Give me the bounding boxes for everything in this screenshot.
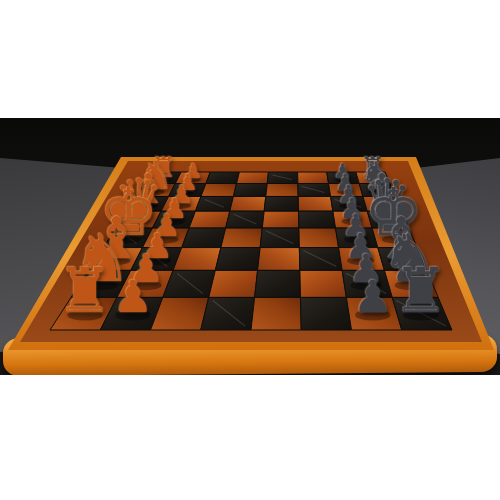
- square[interactable]: [206, 172, 239, 184]
- square[interactable]: [262, 211, 299, 228]
- square[interactable]: [251, 297, 301, 330]
- white-pawn[interactable]: ♟: [113, 275, 153, 320]
- square[interactable]: [258, 248, 300, 271]
- square[interactable]: [189, 211, 230, 228]
- square[interactable]: [298, 196, 333, 211]
- square[interactable]: [215, 248, 260, 271]
- photo-area: ♜♟♟♜♞♟♟♞♝♟♟♝♛♟♟♛♚♟♟♚♝♟♟♝♞♟♟♞♜♟♟♜: [0, 118, 500, 375]
- square[interactable]: [173, 248, 221, 271]
- square[interactable]: [255, 270, 301, 297]
- square[interactable]: [182, 228, 226, 248]
- square[interactable]: [298, 172, 329, 184]
- square[interactable]: [230, 196, 266, 211]
- letterbox-bottom: [0, 375, 500, 500]
- square[interactable]: [209, 270, 258, 297]
- black-rook[interactable]: ♜: [393, 259, 449, 321]
- square[interactable]: [299, 211, 336, 228]
- letterbox-top: [0, 0, 500, 118]
- square[interactable]: [301, 297, 352, 330]
- black-pawn[interactable]: ♟: [353, 275, 393, 320]
- photo-frame: ♜♟♟♜♞♟♟♞♝♟♟♝♛♟♟♛♚♟♟♚♝♟♟♝♞♟♟♞♜♟♟♜: [0, 0, 500, 500]
- square[interactable]: [201, 184, 237, 197]
- square[interactable]: [299, 228, 339, 248]
- square[interactable]: [233, 184, 267, 197]
- white-rook[interactable]: ♜: [57, 259, 113, 321]
- square[interactable]: [201, 297, 255, 330]
- square[interactable]: [300, 270, 347, 297]
- square[interactable]: [237, 172, 269, 184]
- square[interactable]: [264, 196, 298, 211]
- square[interactable]: [266, 184, 298, 197]
- square[interactable]: [221, 228, 262, 248]
